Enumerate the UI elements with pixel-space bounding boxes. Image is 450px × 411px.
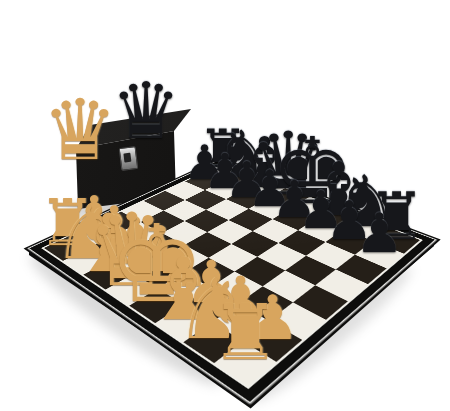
box-spare-black-queen[interactable]: ♛ xyxy=(111,72,181,150)
box-spare-white-queen[interactable]: ♛ xyxy=(42,88,117,172)
piece-black-pawn-h7[interactable]: ♟ xyxy=(355,206,404,261)
piece-white-rook-h1[interactable]: ♜ xyxy=(211,295,280,372)
chess-set-photo: ♜♞♝♛♚♝♞♜♟♟♟♟♟♟♟♟♟♟♟♟♟♟♟♟♜♞♝♛♚♝♞♜ ♛♛ xyxy=(0,0,450,411)
